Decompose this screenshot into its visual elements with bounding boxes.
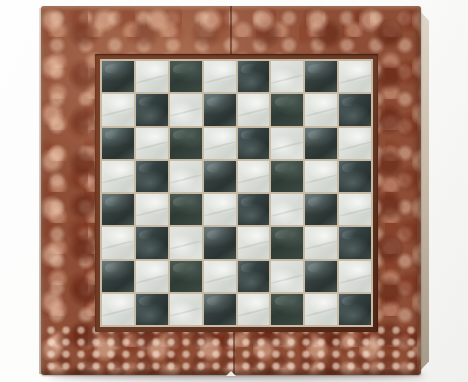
board-square[interactable] [271, 194, 303, 225]
board-square[interactable] [204, 61, 236, 92]
board-square[interactable] [136, 227, 168, 258]
board-square[interactable] [271, 261, 303, 292]
board-square[interactable] [339, 61, 371, 92]
board-square[interactable] [204, 294, 236, 325]
board-square[interactable] [136, 61, 168, 92]
board-square[interactable] [102, 294, 134, 325]
board-square[interactable] [102, 227, 134, 258]
board-square[interactable] [102, 261, 134, 292]
board-square[interactable] [136, 161, 168, 192]
chessboard-photo [41, 6, 421, 375]
board-square[interactable] [305, 128, 337, 159]
board-square[interactable] [339, 128, 371, 159]
board-square[interactable] [102, 194, 134, 225]
board-square[interactable] [271, 61, 303, 92]
board-square[interactable] [305, 227, 337, 258]
board-square[interactable] [271, 94, 303, 125]
photo-background [0, 0, 468, 382]
board-square[interactable] [271, 128, 303, 159]
board-square[interactable] [305, 94, 337, 125]
board-square[interactable] [271, 227, 303, 258]
board-square[interactable] [136, 128, 168, 159]
board-square[interactable] [305, 161, 337, 192]
board-square[interactable] [238, 161, 270, 192]
board-square[interactable] [238, 261, 270, 292]
board-square[interactable] [170, 227, 202, 258]
board-square[interactable] [170, 61, 202, 92]
board-square[interactable] [204, 194, 236, 225]
board-square[interactable] [339, 294, 371, 325]
board-square[interactable] [136, 261, 168, 292]
board-square[interactable] [204, 94, 236, 125]
board-square[interactable] [136, 294, 168, 325]
board-square[interactable] [102, 94, 134, 125]
board-square[interactable] [204, 161, 236, 192]
board-square[interactable] [204, 128, 236, 159]
chess-board [100, 59, 373, 327]
board-square[interactable] [238, 128, 270, 159]
board-square[interactable] [170, 294, 202, 325]
board-square[interactable] [204, 261, 236, 292]
board-square[interactable] [238, 61, 270, 92]
board-square[interactable] [339, 161, 371, 192]
board-square[interactable] [238, 94, 270, 125]
board-square[interactable] [102, 61, 134, 92]
board-square[interactable] [238, 294, 270, 325]
board-square[interactable] [271, 294, 303, 325]
board-square[interactable] [238, 194, 270, 225]
board-square[interactable] [339, 194, 371, 225]
board-square[interactable] [305, 294, 337, 325]
board-square[interactable] [204, 227, 236, 258]
board-square[interactable] [170, 261, 202, 292]
board-square[interactable] [170, 194, 202, 225]
board-square[interactable] [102, 128, 134, 159]
board-square[interactable] [136, 194, 168, 225]
board-square[interactable] [305, 61, 337, 92]
board-square[interactable] [102, 161, 134, 192]
board-square[interactable] [170, 94, 202, 125]
board-square[interactable] [170, 161, 202, 192]
board-square[interactable] [339, 261, 371, 292]
board-square[interactable] [271, 161, 303, 192]
board-square[interactable] [136, 94, 168, 125]
board-square[interactable] [238, 227, 270, 258]
board-square[interactable] [339, 94, 371, 125]
board-square[interactable] [305, 261, 337, 292]
board-square[interactable] [339, 227, 371, 258]
board-square[interactable] [305, 194, 337, 225]
board-square[interactable] [170, 128, 202, 159]
